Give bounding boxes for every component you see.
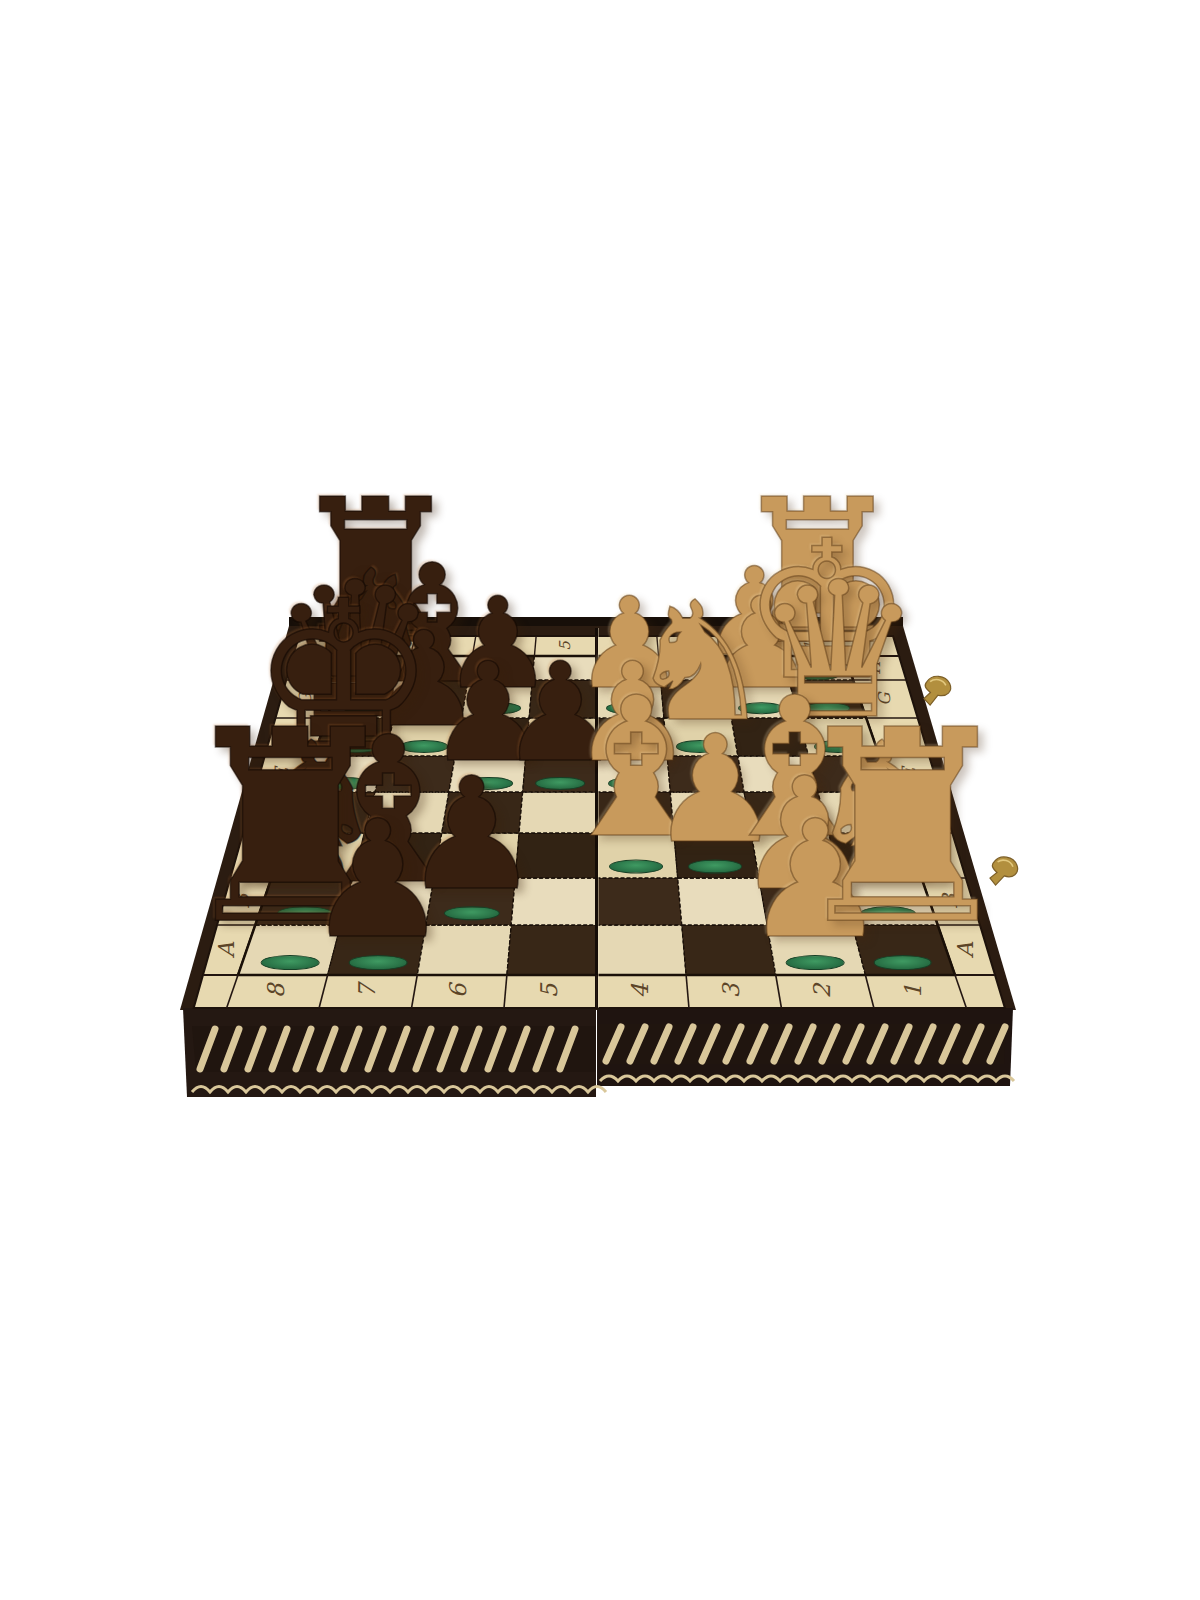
square-h8 bbox=[340, 656, 410, 680]
square-a7 bbox=[328, 925, 426, 975]
square-h7 bbox=[404, 656, 472, 680]
right-file-label-C: C bbox=[923, 845, 947, 863]
square-f6 bbox=[455, 718, 529, 756]
square-f4 bbox=[597, 718, 668, 756]
square-e3 bbox=[667, 756, 744, 792]
square-c2 bbox=[751, 833, 840, 878]
hinge-clasp-bottom bbox=[985, 853, 1021, 891]
square-a3 bbox=[682, 925, 776, 975]
square-c5 bbox=[515, 833, 596, 878]
far-rank-label-3: 3 bbox=[678, 640, 696, 651]
near-rank-label-3: 3 bbox=[718, 982, 744, 998]
far-rank-label-5: 5 bbox=[556, 640, 574, 651]
square-b2 bbox=[759, 878, 852, 925]
chess-board: 8765432187654321ABCDEFGHABCDEFGH bbox=[0, 0, 1200, 1600]
near-rank-label-2: 2 bbox=[809, 982, 835, 998]
near-rank-label-8: 8 bbox=[263, 981, 289, 998]
square-h1 bbox=[783, 656, 853, 680]
square-g7 bbox=[394, 680, 468, 718]
square-a5 bbox=[507, 925, 597, 975]
square-f7 bbox=[384, 718, 461, 756]
square-d5 bbox=[519, 792, 596, 833]
left-file-label-B: B bbox=[229, 892, 254, 909]
square-h4 bbox=[597, 656, 661, 680]
far-rank-label-6: 6 bbox=[495, 640, 513, 651]
square-a2 bbox=[767, 925, 865, 975]
square-a6 bbox=[417, 925, 511, 975]
left-file-label-G: G bbox=[296, 691, 315, 706]
square-b6 bbox=[426, 878, 515, 925]
far-rank-label-4: 4 bbox=[617, 641, 635, 651]
near-rank-label-4: 4 bbox=[627, 983, 653, 998]
square-a4 bbox=[597, 925, 687, 975]
square-f2 bbox=[731, 718, 808, 756]
square-f3 bbox=[664, 718, 738, 756]
square-h6 bbox=[468, 656, 534, 680]
square-b4 bbox=[597, 878, 682, 925]
square-g2 bbox=[725, 680, 799, 718]
square-d6 bbox=[442, 792, 523, 833]
square-d3 bbox=[670, 792, 751, 833]
square-e5 bbox=[523, 756, 597, 792]
left-file-label-D: D bbox=[258, 803, 281, 820]
square-e2 bbox=[738, 756, 818, 792]
far-rank-label-8: 8 bbox=[372, 640, 390, 651]
right-file-label-H: H bbox=[865, 659, 884, 675]
square-c3 bbox=[674, 833, 759, 878]
far-rank-label-2: 2 bbox=[739, 640, 757, 651]
left-file-label-A: A bbox=[214, 941, 239, 959]
product-photo: 8765432187654321ABCDEFGHABCDEFGH ♜♟♜♞♝♟♟… bbox=[0, 0, 1200, 1600]
right-file-label-G: G bbox=[875, 691, 894, 706]
right-file-label-D: D bbox=[909, 803, 932, 820]
square-c6 bbox=[434, 833, 519, 878]
right-file-label-A: A bbox=[953, 941, 978, 959]
far-rank-label-1: 1 bbox=[801, 641, 819, 651]
square-g6 bbox=[462, 680, 533, 718]
square-d2 bbox=[744, 792, 829, 833]
near-rank-label-1: 1 bbox=[900, 984, 926, 999]
square-h5 bbox=[532, 656, 596, 680]
square-h2 bbox=[721, 656, 789, 680]
square-d4 bbox=[597, 792, 674, 833]
square-b5 bbox=[511, 878, 596, 925]
near-rank-label-5: 5 bbox=[536, 982, 562, 998]
square-e6 bbox=[449, 756, 526, 792]
square-g4 bbox=[597, 680, 664, 718]
right-file-label-B: B bbox=[937, 892, 962, 909]
square-e4 bbox=[597, 756, 671, 792]
square-e1 bbox=[809, 756, 892, 792]
left-file-label-C: C bbox=[244, 845, 268, 863]
square-g3 bbox=[661, 680, 732, 718]
square-e8 bbox=[301, 756, 384, 792]
left-file-label-H: H bbox=[306, 659, 325, 675]
square-c4 bbox=[597, 833, 678, 878]
square-b3 bbox=[678, 878, 767, 925]
near-rank-label-6: 6 bbox=[445, 981, 471, 998]
square-c7 bbox=[353, 833, 442, 878]
square-h3 bbox=[659, 656, 725, 680]
square-e7 bbox=[375, 756, 455, 792]
near-label-strip bbox=[194, 975, 1005, 1008]
square-g5 bbox=[529, 680, 596, 718]
square-b7 bbox=[341, 878, 434, 925]
square-d7 bbox=[364, 792, 449, 833]
square-f5 bbox=[526, 718, 597, 756]
